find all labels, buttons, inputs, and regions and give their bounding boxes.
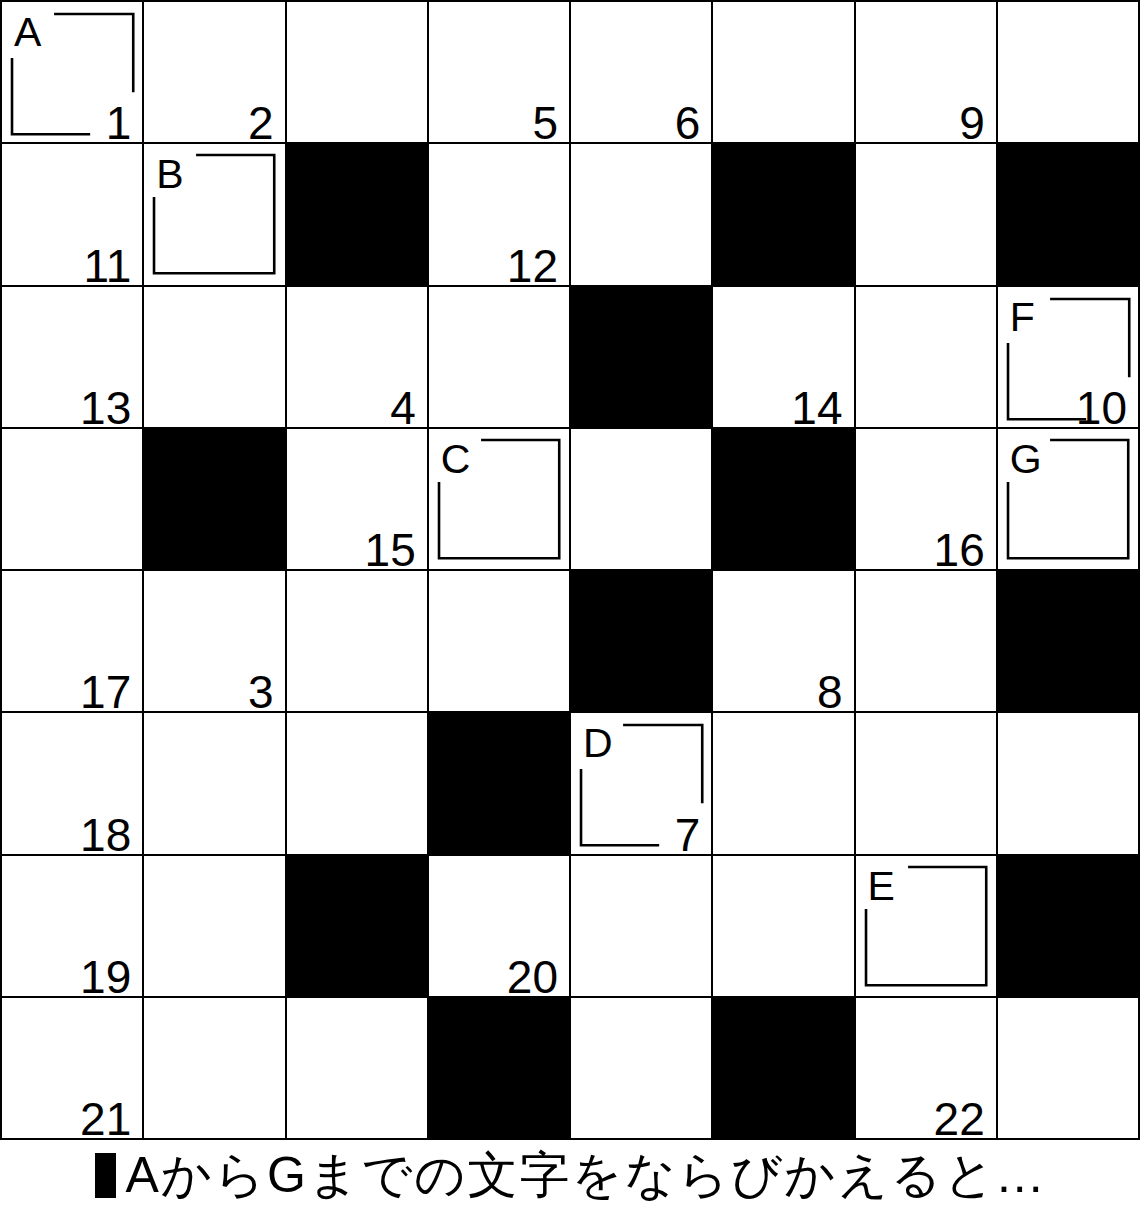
cell-r4c7[interactable]: 16 bbox=[856, 429, 996, 569]
cell-r7c5[interactable] bbox=[571, 856, 711, 996]
marker-letter: C bbox=[441, 439, 471, 480]
cell-r3c3[interactable]: 4 bbox=[287, 287, 427, 427]
marker-letter: A bbox=[14, 12, 41, 53]
black-cell-r2c3 bbox=[287, 144, 427, 284]
cell-r2c7[interactable] bbox=[856, 144, 996, 284]
clue-number: 2 bbox=[248, 100, 274, 146]
black-cell-r4c2 bbox=[144, 429, 284, 569]
clue-number: 21 bbox=[80, 1096, 131, 1142]
cell-r7c2[interactable] bbox=[144, 856, 284, 996]
clue-number: 14 bbox=[791, 385, 842, 431]
clue-number: 3 bbox=[248, 669, 274, 715]
cell-r6c8[interactable] bbox=[998, 713, 1138, 853]
clue-number: 1 bbox=[106, 100, 132, 146]
puzzle-page: A1256911B1213414F1015C16G173818D71920E21… bbox=[0, 0, 1140, 1210]
marker-letter: G bbox=[1010, 439, 1042, 480]
cell-r4c5[interactable] bbox=[571, 429, 711, 569]
caption-text: AからGまでの文字をならびかえると... bbox=[125, 1150, 1044, 1200]
clue-number: 11 bbox=[83, 243, 131, 289]
black-cell-r3c5 bbox=[571, 287, 711, 427]
clue-number: 15 bbox=[365, 527, 416, 573]
cell-r2c1[interactable]: 11 bbox=[2, 144, 142, 284]
clue-number: 17 bbox=[80, 669, 131, 715]
cell-r6c7[interactable] bbox=[856, 713, 996, 853]
cell-r5c3[interactable] bbox=[287, 571, 427, 711]
clue-number: 10 bbox=[1076, 385, 1127, 431]
clue-number: 22 bbox=[934, 1096, 985, 1142]
cell-r8c2[interactable] bbox=[144, 998, 284, 1138]
caption-square-bullet-icon bbox=[95, 1153, 116, 1198]
marker-letter: B bbox=[156, 154, 183, 195]
cell-r5c1[interactable]: 17 bbox=[2, 571, 142, 711]
black-cell-r4c6 bbox=[713, 429, 853, 569]
cell-r7c7[interactable]: E bbox=[856, 856, 996, 996]
cell-r8c5[interactable] bbox=[571, 998, 711, 1138]
cell-r6c1[interactable]: 18 bbox=[2, 713, 142, 853]
cell-r4c8[interactable]: G bbox=[998, 429, 1138, 569]
cell-r8c1[interactable]: 21 bbox=[2, 998, 142, 1138]
cell-r3c1[interactable]: 13 bbox=[2, 287, 142, 427]
cell-r7c4[interactable]: 20 bbox=[429, 856, 569, 996]
marker-letter: F bbox=[1010, 297, 1035, 338]
cell-r2c2[interactable]: B bbox=[144, 144, 284, 284]
cell-r4c1[interactable] bbox=[2, 429, 142, 569]
cell-r6c3[interactable] bbox=[287, 713, 427, 853]
clue-number: 12 bbox=[507, 243, 558, 289]
clue-number: 19 bbox=[80, 954, 131, 1000]
cell-r4c4[interactable]: C bbox=[429, 429, 569, 569]
cell-r1c3[interactable] bbox=[287, 2, 427, 142]
black-cell-r8c6 bbox=[713, 998, 853, 1138]
clue-number: 5 bbox=[532, 100, 558, 146]
clue-number: 18 bbox=[80, 812, 131, 858]
clue-number: 6 bbox=[675, 100, 701, 146]
cell-r5c2[interactable]: 3 bbox=[144, 571, 284, 711]
black-cell-r7c8 bbox=[998, 856, 1138, 996]
clue-number: 7 bbox=[675, 812, 701, 858]
clue-number: 20 bbox=[507, 954, 558, 1000]
clue-number: 16 bbox=[934, 527, 985, 573]
cell-r5c7[interactable] bbox=[856, 571, 996, 711]
cell-r8c3[interactable] bbox=[287, 998, 427, 1138]
cell-r1c2[interactable]: 2 bbox=[144, 2, 284, 142]
cell-r8c7[interactable]: 22 bbox=[856, 998, 996, 1138]
clue-number: 4 bbox=[390, 385, 416, 431]
cell-r1c1[interactable]: A1 bbox=[2, 2, 142, 142]
cell-r3c7[interactable] bbox=[856, 287, 996, 427]
cell-r2c5[interactable] bbox=[571, 144, 711, 284]
marker-letter: D bbox=[583, 723, 613, 764]
cell-r3c8[interactable]: F10 bbox=[998, 287, 1138, 427]
black-cell-r2c8 bbox=[998, 144, 1138, 284]
black-cell-r7c3 bbox=[287, 856, 427, 996]
cell-r1c6[interactable] bbox=[713, 2, 853, 142]
clue-number: 9 bbox=[959, 100, 985, 146]
cell-r1c5[interactable]: 6 bbox=[571, 2, 711, 142]
black-cell-r5c8 bbox=[998, 571, 1138, 711]
cell-r8c8[interactable] bbox=[998, 998, 1138, 1138]
cell-r5c4[interactable] bbox=[429, 571, 569, 711]
cell-r6c2[interactable] bbox=[144, 713, 284, 853]
cell-r3c4[interactable] bbox=[429, 287, 569, 427]
marker-letter: E bbox=[868, 866, 895, 907]
black-cell-r6c4 bbox=[429, 713, 569, 853]
cell-r7c6[interactable] bbox=[713, 856, 853, 996]
cell-r4c3[interactable]: 15 bbox=[287, 429, 427, 569]
cell-r1c4[interactable]: 5 bbox=[429, 2, 569, 142]
black-cell-r5c5 bbox=[571, 571, 711, 711]
cell-r1c8[interactable] bbox=[998, 2, 1138, 142]
cell-r3c6[interactable]: 14 bbox=[713, 287, 853, 427]
black-cell-r8c4 bbox=[429, 998, 569, 1138]
cell-r6c5[interactable]: D7 bbox=[571, 713, 711, 853]
cell-r7c1[interactable]: 19 bbox=[2, 856, 142, 996]
cell-r5c6[interactable]: 8 bbox=[713, 571, 853, 711]
cell-r6c6[interactable] bbox=[713, 713, 853, 853]
clue-number: 8 bbox=[817, 669, 843, 715]
caption: AからGまでの文字をならびかえると... bbox=[0, 1140, 1140, 1210]
clue-number: 13 bbox=[80, 385, 131, 431]
cell-r1c7[interactable]: 9 bbox=[856, 2, 996, 142]
crossword-grid: A1256911B1213414F1015C16G173818D71920E21… bbox=[0, 0, 1140, 1140]
cell-r2c4[interactable]: 12 bbox=[429, 144, 569, 284]
black-cell-r2c6 bbox=[713, 144, 853, 284]
cell-r3c2[interactable] bbox=[144, 287, 284, 427]
